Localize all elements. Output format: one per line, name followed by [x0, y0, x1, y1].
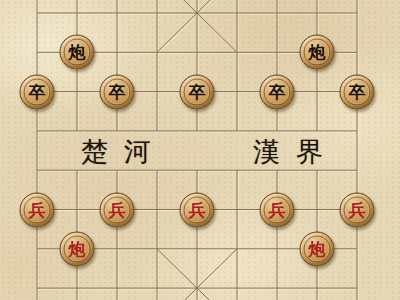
piece-red-cannon-b7[interactable]: 炮: [60, 231, 95, 266]
piece-black-cannon-h2[interactable]: 炮: [300, 35, 335, 70]
soldier-glyph: 兵: [109, 201, 126, 218]
soldier-glyph: 卒: [189, 83, 206, 100]
piece-red-soldier-g6[interactable]: 兵: [260, 192, 295, 227]
cannon-glyph: 炮: [309, 240, 326, 257]
piece-black-soldier-e3[interactable]: 卒: [180, 74, 215, 109]
piece-black-soldier-a3[interactable]: 卒: [20, 74, 55, 109]
soldier-glyph: 卒: [109, 83, 126, 100]
river-label-left: 楚河: [81, 134, 167, 170]
piece-red-soldier-i6[interactable]: 兵: [340, 192, 375, 227]
cannon-glyph: 炮: [69, 240, 86, 257]
river-label-right: 漢界: [253, 134, 339, 170]
piece-black-soldier-i3[interactable]: 卒: [340, 74, 375, 109]
piece-black-soldier-c3[interactable]: 卒: [100, 74, 135, 109]
soldier-glyph: 卒: [269, 83, 286, 100]
piece-black-soldier-g3[interactable]: 卒: [260, 74, 295, 109]
piece-red-soldier-a6[interactable]: 兵: [20, 192, 55, 227]
soldier-glyph: 兵: [189, 201, 206, 218]
piece-black-cannon-b2[interactable]: 炮: [60, 35, 95, 70]
soldier-glyph: 卒: [349, 83, 366, 100]
xiangqi-board[interactable]: 楚河 漢界 炮炮卒卒卒卒卒兵兵兵兵兵炮炮: [0, 0, 400, 300]
piece-red-soldier-c6[interactable]: 兵: [100, 192, 135, 227]
soldier-glyph: 卒: [29, 83, 46, 100]
soldier-glyph: 兵: [269, 201, 286, 218]
cannon-glyph: 炮: [69, 44, 86, 61]
soldier-glyph: 兵: [29, 201, 46, 218]
soldier-glyph: 兵: [349, 201, 366, 218]
cannon-glyph: 炮: [309, 44, 326, 61]
piece-red-cannon-h7[interactable]: 炮: [300, 231, 335, 266]
piece-red-soldier-e6[interactable]: 兵: [180, 192, 215, 227]
